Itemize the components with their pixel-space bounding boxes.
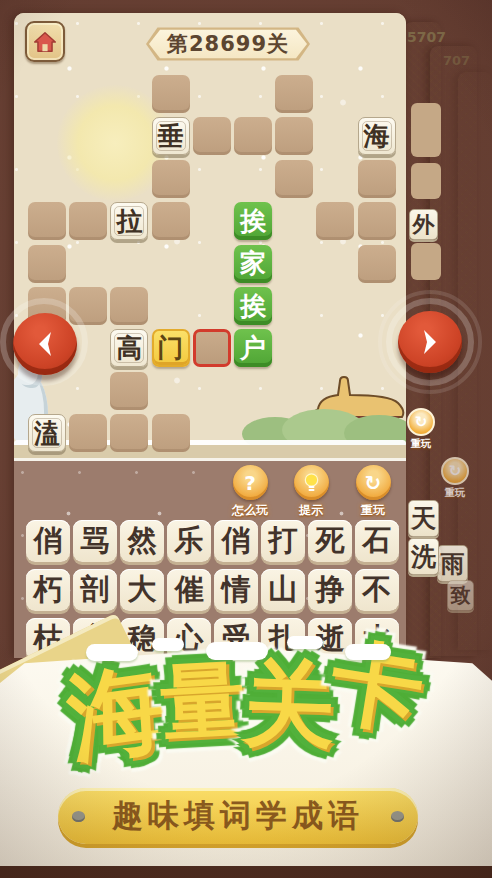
board-cell-brown[interactable] [69,202,107,240]
board-cell-brown[interactable] [152,160,190,198]
board-cell-brown[interactable] [28,245,66,283]
tagline-banner: 趣味填词学成语 [58,788,418,844]
replay-icon: ↻ [356,465,391,500]
bank-tile-挣[interactable]: 挣 [308,569,352,611]
logo-char-量: 量 [158,643,248,761]
level-label: 第28699关 [149,29,307,60]
board-cell-green-户: 户 [234,329,272,367]
replay-icon: ↻ [407,408,435,436]
footer: 海量关卡 趣味填词学成语 [0,640,492,878]
bulb-icon [294,465,329,500]
home-icon [32,29,58,55]
bank-tile-俏[interactable]: 俏 [26,520,70,562]
board-cell-green-挨: 挨 [234,287,272,325]
board-cell-brown[interactable] [152,75,190,113]
snow-decoration [86,644,138,661]
tagline-text: 趣味填词学成语 [112,795,364,837]
prev-level-arrow[interactable] [13,313,77,375]
bg-tile: 天 [408,500,439,537]
bank-tile-乐[interactable]: 乐 [167,520,211,562]
snow-decoration [206,642,268,660]
hint-button[interactable]: 提示 [283,465,339,519]
board-cell-brown[interactable] [275,160,313,198]
bg-level-fragment: 5707 [407,29,446,45]
how-to-play-button[interactable]: ? 怎么玩 [222,465,278,519]
playfield: 垂海拉挨家挨高门户溘 第28699关 [14,13,406,458]
board-cell-brown[interactable] [28,202,66,240]
board-cell-white-高: 高 [110,329,148,367]
bg-tile: 雨 [437,545,468,582]
banner-dot [391,811,404,822]
bank-tile-骂[interactable]: 骂 [73,520,117,562]
chevron-left-icon [32,329,58,359]
replay-label: 重玩 [345,502,401,519]
how-to-play-label: 怎么玩 [222,502,278,519]
bank-tile-打[interactable]: 打 [261,520,305,562]
bank-tile-情[interactable]: 情 [214,569,258,611]
board-cell-brown[interactable] [275,75,313,113]
bg-tile: 洗 [408,538,439,575]
bg-cell [411,103,441,157]
game-screen: 707 ↻ 重玩 雨 致 5707 外 ↻ 重玩 天 洗 [0,0,492,878]
app-logo: 海量关卡 [0,636,492,804]
bg-tile: 致 [447,580,474,611]
board-cell-white-垂: 垂 [152,117,190,155]
bg-replay-button: ↻ 重玩 [441,457,469,500]
snow-decoration [152,638,184,651]
home-button[interactable] [25,21,65,62]
bank-tile-大[interactable]: 大 [120,569,164,611]
board-cell-white-溘: 溘 [28,414,66,452]
banner-dot [72,811,85,822]
chevron-right-icon [417,327,443,357]
bank-tile-催[interactable]: 催 [167,569,211,611]
bank-tile-朽[interactable]: 朽 [26,569,70,611]
level-banner: 第28699关 [146,26,310,62]
board-cell-brown[interactable] [69,414,107,452]
logo-char-海: 海 [60,644,173,786]
board-cell-brown[interactable] [358,202,396,240]
board-cell-brown[interactable] [110,287,148,325]
bank-tile-俏[interactable]: 俏 [214,520,258,562]
snow-decoration [345,644,391,660]
board-cell-current[interactable] [193,329,231,367]
board-cell-brown[interactable] [234,117,272,155]
board-cell-brown[interactable] [358,160,396,198]
help-row: ? 怎么玩 提示 ↻ 重玩 [14,461,406,519]
board-cell-brown[interactable] [152,202,190,240]
logo-char-卡: 卡 [322,619,432,756]
bg-tile: 外 [409,209,438,240]
logo-char-关: 关 [241,641,337,768]
board-cell-white-拉: 拉 [110,202,148,240]
question-icon: ? [233,465,268,500]
replay-icon: ↻ [441,457,469,485]
bg-cell [411,163,441,199]
bank-tile-山[interactable]: 山 [261,569,305,611]
bank-tile-不[interactable]: 不 [355,569,399,611]
board-cell-brown[interactable] [110,372,148,410]
bg-replay-button: ↻ 重玩 [407,408,435,451]
next-level-arrow[interactable] [398,311,462,373]
replay-button[interactable]: ↻ 重玩 [345,465,401,519]
bank-tile-然[interactable]: 然 [120,520,164,562]
board-cell-green-家: 家 [234,245,272,283]
bg-level-fragment: 707 [443,53,470,68]
board-cell-brown[interactable] [193,117,231,155]
board-cell-green-挨: 挨 [234,202,272,240]
board-cell-yellow-门[interactable]: 门 [152,329,190,367]
bg-cell [411,243,441,280]
bank-tile-石[interactable]: 石 [355,520,399,562]
bank-tile-死[interactable]: 死 [308,520,352,562]
hint-label: 提示 [283,502,339,519]
board-cell-brown[interactable] [358,245,396,283]
board-cell-brown[interactable] [110,414,148,452]
board-cell-brown[interactable] [152,414,190,452]
board-cell-white-海: 海 [358,117,396,155]
board-cell-brown[interactable] [316,202,354,240]
snow-decoration [287,636,323,649]
bank-tile-剖[interactable]: 剖 [73,569,117,611]
board-cell-brown[interactable] [275,117,313,155]
